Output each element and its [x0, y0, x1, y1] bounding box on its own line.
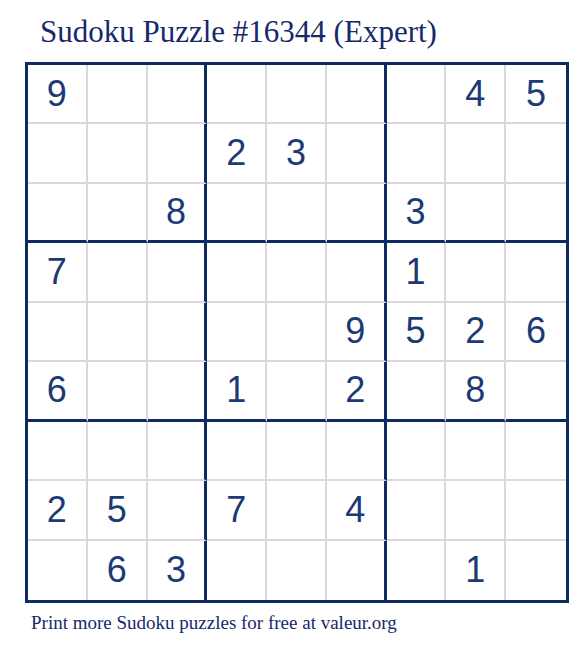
sudoku-cell-r4c3[interactable] — [148, 243, 208, 302]
sudoku-cell-r6c4[interactable]: 1 — [207, 362, 267, 421]
sudoku-cell-r5c3[interactable] — [148, 303, 208, 362]
sudoku-cell-r2c9[interactable] — [506, 124, 566, 183]
sudoku-cell-r3c9[interactable] — [506, 184, 566, 243]
sudoku-cell-r3c2[interactable] — [88, 184, 148, 243]
sudoku-cell-r1c2[interactable] — [88, 65, 148, 124]
sudoku-cell-r4c8[interactable] — [446, 243, 506, 302]
sudoku-cell-r3c4[interactable] — [207, 184, 267, 243]
sudoku-cell-r1c7[interactable] — [387, 65, 447, 124]
sudoku-cell-r4c6[interactable] — [327, 243, 387, 302]
sudoku-cell-r7c4[interactable] — [207, 422, 267, 481]
sudoku-cell-r1c5[interactable] — [267, 65, 327, 124]
sudoku-cell-r1c8[interactable]: 4 — [446, 65, 506, 124]
sudoku-cell-r7c6[interactable] — [327, 422, 387, 481]
sudoku-cell-r6c8[interactable]: 8 — [446, 362, 506, 421]
sudoku-cell-r5c6[interactable]: 9 — [327, 303, 387, 362]
sudoku-cell-r8c9[interactable] — [506, 481, 566, 540]
sudoku-cell-r9c7[interactable] — [387, 541, 447, 600]
sudoku-cell-r8c6[interactable]: 4 — [327, 481, 387, 540]
footer-text: Print more Sudoku puzzles for free at va… — [31, 612, 397, 634]
sudoku-cell-r5c9[interactable]: 6 — [506, 303, 566, 362]
sudoku-cell-r1c9[interactable]: 5 — [506, 65, 566, 124]
sudoku-cell-r9c3[interactable]: 3 — [148, 541, 208, 600]
sudoku-cell-r2c7[interactable] — [387, 124, 447, 183]
sudoku-cell-r3c6[interactable] — [327, 184, 387, 243]
sudoku-cell-r4c1[interactable]: 7 — [28, 243, 88, 302]
sudoku-cell-r5c5[interactable] — [267, 303, 327, 362]
sudoku-cell-r5c7[interactable]: 5 — [387, 303, 447, 362]
sudoku-cell-r6c2[interactable] — [88, 362, 148, 421]
sudoku-board: 945238371952661282574631 — [25, 62, 569, 603]
sudoku-cell-r4c4[interactable] — [207, 243, 267, 302]
sudoku-cell-r7c1[interactable] — [28, 422, 88, 481]
sudoku-cell-r6c1[interactable]: 6 — [28, 362, 88, 421]
sudoku-cell-r4c7[interactable]: 1 — [387, 243, 447, 302]
sudoku-cell-r2c8[interactable] — [446, 124, 506, 183]
sudoku-cell-r8c7[interactable] — [387, 481, 447, 540]
sudoku-cell-r6c3[interactable] — [148, 362, 208, 421]
sudoku-cell-r8c4[interactable]: 7 — [207, 481, 267, 540]
sudoku-cell-r9c9[interactable] — [506, 541, 566, 600]
sudoku-cell-r9c5[interactable] — [267, 541, 327, 600]
sudoku-cell-r1c4[interactable] — [207, 65, 267, 124]
sudoku-cell-r2c2[interactable] — [88, 124, 148, 183]
sudoku-cell-r8c5[interactable] — [267, 481, 327, 540]
sudoku-cell-r7c3[interactable] — [148, 422, 208, 481]
sudoku-cell-r7c9[interactable] — [506, 422, 566, 481]
sudoku-cell-r8c2[interactable]: 5 — [88, 481, 148, 540]
sudoku-cell-r2c5[interactable]: 3 — [267, 124, 327, 183]
sudoku-cell-r1c3[interactable] — [148, 65, 208, 124]
page-title: Sudoku Puzzle #16344 (Expert) — [40, 14, 437, 50]
sudoku-cell-r5c1[interactable] — [28, 303, 88, 362]
sudoku-cell-r9c4[interactable] — [207, 541, 267, 600]
sudoku-cell-r8c1[interactable]: 2 — [28, 481, 88, 540]
sudoku-cell-r7c5[interactable] — [267, 422, 327, 481]
sudoku-cell-r6c7[interactable] — [387, 362, 447, 421]
sudoku-cell-r2c1[interactable] — [28, 124, 88, 183]
sudoku-cell-r7c8[interactable] — [446, 422, 506, 481]
sudoku-cell-r3c3[interactable]: 8 — [148, 184, 208, 243]
sudoku-cell-r4c9[interactable] — [506, 243, 566, 302]
sudoku-cell-r6c9[interactable] — [506, 362, 566, 421]
sudoku-cell-r4c2[interactable] — [88, 243, 148, 302]
sudoku-cell-r3c8[interactable] — [446, 184, 506, 243]
sudoku-cell-r1c6[interactable] — [327, 65, 387, 124]
sudoku-cell-r6c6[interactable]: 2 — [327, 362, 387, 421]
sudoku-cell-r9c2[interactable]: 6 — [88, 541, 148, 600]
sudoku-cell-r1c1[interactable]: 9 — [28, 65, 88, 124]
sudoku-cell-r3c1[interactable] — [28, 184, 88, 243]
sudoku-cell-r4c5[interactable] — [267, 243, 327, 302]
sudoku-cell-r9c6[interactable] — [327, 541, 387, 600]
sudoku-cell-r8c3[interactable] — [148, 481, 208, 540]
sudoku-cell-r9c1[interactable] — [28, 541, 88, 600]
sudoku-cell-r8c8[interactable] — [446, 481, 506, 540]
sudoku-cell-r7c7[interactable] — [387, 422, 447, 481]
sudoku-cell-r7c2[interactable] — [88, 422, 148, 481]
sudoku-cell-r3c7[interactable]: 3 — [387, 184, 447, 243]
sudoku-cell-r2c3[interactable] — [148, 124, 208, 183]
sudoku-cell-r5c2[interactable] — [88, 303, 148, 362]
sudoku-cell-r6c5[interactable] — [267, 362, 327, 421]
sudoku-cell-r2c4[interactable]: 2 — [207, 124, 267, 183]
sudoku-cell-r3c5[interactable] — [267, 184, 327, 243]
sudoku-cell-r5c8[interactable]: 2 — [446, 303, 506, 362]
sudoku-cell-r2c6[interactable] — [327, 124, 387, 183]
sudoku-cell-r9c8[interactable]: 1 — [446, 541, 506, 600]
sudoku-cell-r5c4[interactable] — [207, 303, 267, 362]
